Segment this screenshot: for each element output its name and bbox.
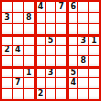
cell-r2c8[interactable] — [78, 13, 88, 23]
cell-r6c3[interactable] — [24, 56, 34, 66]
cell-r2c4[interactable] — [35, 13, 45, 23]
cell-r6c5[interactable] — [46, 56, 56, 66]
cell-r2c7[interactable] — [67, 13, 77, 23]
cell-r4c1[interactable] — [2, 35, 12, 45]
cell-r8c7[interactable]: 4 — [67, 78, 77, 88]
cell-r1c6[interactable]: 7 — [56, 2, 66, 12]
cell-r9c7[interactable] — [67, 89, 77, 99]
cell-r6c9[interactable] — [89, 56, 99, 66]
cell-r7c5[interactable]: 3 — [46, 67, 56, 77]
cell-r9c8[interactable] — [78, 89, 88, 99]
cell-r5c8[interactable] — [78, 46, 88, 56]
cell-r4c8[interactable]: 3 — [78, 35, 88, 45]
cell-r5c2[interactable]: 4 — [13, 46, 23, 56]
cell-r9c1[interactable] — [2, 89, 12, 99]
cell-r1c4[interactable]: 4 — [35, 2, 45, 12]
cell-r3c9[interactable] — [89, 24, 99, 34]
cell-r2c9[interactable] — [89, 13, 99, 23]
cell-r6c6[interactable] — [56, 56, 66, 66]
cell-r4c2[interactable] — [13, 35, 23, 45]
cell-r7c3[interactable]: 1 — [24, 67, 34, 77]
cell-r2c1[interactable]: 3 — [2, 13, 12, 23]
cell-r7c7[interactable]: 5 — [67, 67, 77, 77]
cell-r7c4[interactable] — [35, 67, 45, 77]
cell-r1c1[interactable] — [2, 2, 12, 12]
sudoku-board: 47638531248135742 — [0, 0, 101, 101]
cell-r4c5[interactable]: 5 — [46, 35, 56, 45]
cell-r6c2[interactable] — [13, 56, 23, 66]
cell-r8c4[interactable] — [35, 78, 45, 88]
cell-r7c2[interactable] — [13, 67, 23, 77]
cell-r8c3[interactable] — [24, 78, 34, 88]
cell-r3c4[interactable] — [35, 24, 45, 34]
cell-r7c9[interactable] — [89, 67, 99, 77]
cell-r5c1[interactable]: 2 — [2, 46, 12, 56]
cell-r4c9[interactable]: 1 — [89, 35, 99, 45]
cell-r2c3[interactable]: 8 — [24, 13, 34, 23]
cell-r8c5[interactable] — [46, 78, 56, 88]
cell-r6c8[interactable]: 8 — [78, 56, 88, 66]
cell-r9c6[interactable] — [56, 89, 66, 99]
cell-r1c2[interactable] — [13, 2, 23, 12]
cell-r7c6[interactable] — [56, 67, 66, 77]
cell-r9c2[interactable] — [13, 89, 23, 99]
cell-r7c1[interactable] — [2, 67, 12, 77]
cell-r5c9[interactable] — [89, 46, 99, 56]
cell-r3c7[interactable] — [67, 24, 77, 34]
cell-r8c6[interactable] — [56, 78, 66, 88]
cell-r5c6[interactable] — [56, 46, 66, 56]
cell-r7c8[interactable] — [78, 67, 88, 77]
cell-r1c9[interactable] — [89, 2, 99, 12]
cell-r5c3[interactable] — [24, 46, 34, 56]
cell-r2c2[interactable] — [13, 13, 23, 23]
cell-r9c5[interactable] — [46, 89, 56, 99]
cell-r5c7[interactable] — [67, 46, 77, 56]
cell-r8c2[interactable]: 7 — [13, 78, 23, 88]
cell-r9c4[interactable]: 2 — [35, 89, 45, 99]
cell-r3c8[interactable] — [78, 24, 88, 34]
cell-r6c4[interactable] — [35, 56, 45, 66]
cell-r2c5[interactable] — [46, 13, 56, 23]
cell-r3c2[interactable] — [13, 24, 23, 34]
cell-r4c6[interactable] — [56, 35, 66, 45]
cell-r6c1[interactable] — [2, 56, 12, 66]
cell-r8c1[interactable] — [2, 78, 12, 88]
cell-r6c7[interactable] — [67, 56, 77, 66]
cell-r3c1[interactable] — [2, 24, 12, 34]
cell-r3c3[interactable] — [24, 24, 34, 34]
cell-r3c6[interactable] — [56, 24, 66, 34]
cell-r1c3[interactable] — [24, 2, 34, 12]
cell-r8c9[interactable] — [89, 78, 99, 88]
cell-r9c3[interactable] — [24, 89, 34, 99]
cell-r1c8[interactable] — [78, 2, 88, 12]
cell-r3c5[interactable] — [46, 24, 56, 34]
cell-r5c4[interactable] — [35, 46, 45, 56]
cell-r1c7[interactable]: 6 — [67, 2, 77, 12]
cell-r5c5[interactable] — [46, 46, 56, 56]
cell-r8c8[interactable] — [78, 78, 88, 88]
cell-r9c9[interactable] — [89, 89, 99, 99]
cell-r4c4[interactable] — [35, 35, 45, 45]
cell-r4c3[interactable] — [24, 35, 34, 45]
cell-r2c6[interactable] — [56, 13, 66, 23]
cell-r4c7[interactable] — [67, 35, 77, 45]
cell-r1c5[interactable] — [46, 2, 56, 12]
